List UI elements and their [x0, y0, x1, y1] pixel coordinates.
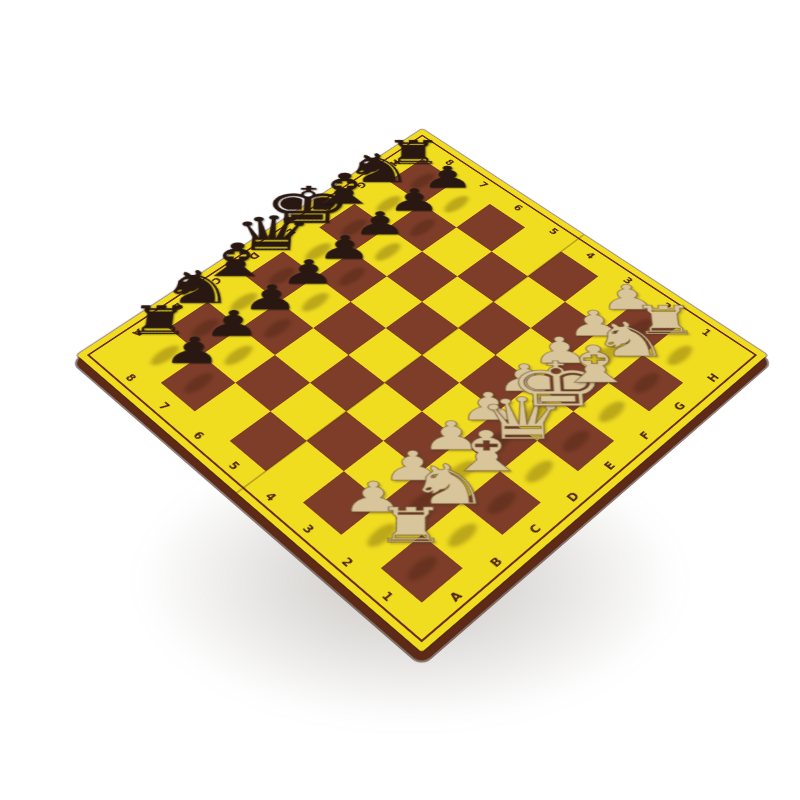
square-b1[interactable]	[422, 503, 503, 569]
square-b5[interactable]	[270, 383, 346, 441]
file-label-bottom-g: G	[672, 400, 688, 412]
chess-board: AABBCCDDEEFFGGHH1122334455667788 ♜♞♝♛♚♝♞…	[77, 129, 767, 652]
square-a4[interactable]	[266, 441, 344, 503]
file-label-bottom-e: E	[602, 460, 617, 472]
square-a1[interactable]	[381, 535, 463, 603]
square-d1[interactable]	[500, 441, 578, 503]
rank-label-right-4: 4	[584, 251, 597, 261]
square-a6[interactable]	[195, 383, 271, 441]
file-label-bottom-d: D	[565, 490, 582, 503]
rank-label-right-1: 1	[699, 327, 713, 337]
file-label-bottom-c: C	[527, 523, 543, 536]
rank-label-right-6: 6	[511, 203, 524, 212]
square-a3[interactable]	[303, 471, 382, 535]
square-b6[interactable]	[235, 355, 310, 411]
square-b2[interactable]	[382, 471, 461, 535]
square-b3[interactable]	[344, 441, 422, 503]
square-f1[interactable]	[573, 383, 649, 441]
file-label-bottom-b: B	[488, 555, 505, 569]
scene: AABBCCDDEEFFGGHH1122334455667788 ♜♞♝♛♚♝♞…	[0, 0, 800, 800]
square-e1[interactable]	[537, 411, 614, 471]
file-label-bottom-f: F	[638, 430, 653, 442]
square-a7[interactable]	[161, 355, 236, 411]
file-label-bottom-h: H	[705, 372, 721, 384]
rank-label-left-2: 2	[339, 556, 355, 569]
file-label-bottom-a: A	[448, 589, 465, 603]
rank-label-right-5: 5	[547, 227, 560, 236]
square-d4[interactable]	[385, 355, 460, 411]
rank-label-left-1: 1	[379, 590, 395, 604]
rank-label-left-3: 3	[300, 523, 316, 536]
square-a2[interactable]	[341, 503, 422, 569]
square-c5[interactable]	[310, 355, 385, 411]
rank-label-left-5: 5	[226, 460, 241, 472]
rank-label-left-6: 6	[191, 430, 206, 442]
square-b4[interactable]	[307, 411, 384, 471]
rank-label-left-4: 4	[263, 491, 279, 503]
rank-label-right-7: 7	[477, 181, 490, 190]
square-a5[interactable]	[230, 411, 307, 471]
rank-label-left-7: 7	[157, 401, 172, 412]
square-c2[interactable]	[422, 441, 500, 503]
square-c1[interactable]	[461, 471, 540, 535]
square-c4[interactable]	[346, 383, 422, 441]
rank-label-left-8: 8	[123, 372, 138, 383]
photo-background: AABBCCDDEEFFGGHH1122334455667788 ♜♞♝♛♚♝♞…	[0, 0, 800, 800]
